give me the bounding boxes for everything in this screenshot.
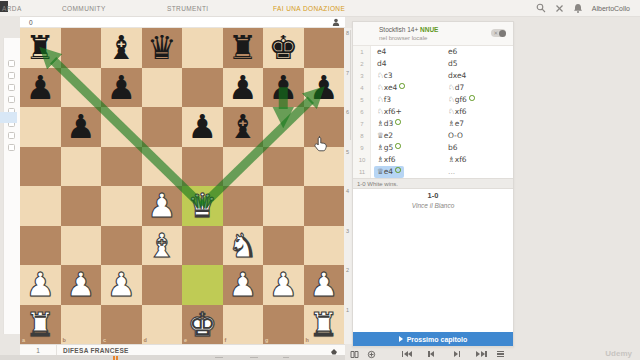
move-black-8[interactable]: O-O (442, 130, 513, 142)
square-d2[interactable] (142, 265, 183, 305)
piece-white-rook[interactable]: ♜ (25, 305, 55, 344)
square-h5[interactable] (304, 147, 345, 187)
square-d5[interactable] (142, 147, 183, 187)
square-h1[interactable]: ♜ (304, 305, 345, 345)
move-black-6[interactable]: ♘xf6 (442, 106, 513, 118)
move-black-2[interactable]: d5 (442, 58, 513, 70)
square-g3[interactable] (263, 226, 304, 266)
result-block: 1-0 Vince il Bianco (353, 191, 513, 209)
move-white-6[interactable]: ♘xf6+ (371, 106, 442, 118)
move-row-4: 4♘xe4♘d7 (353, 82, 513, 94)
player-mark (215, 357, 223, 359)
engine-toggle[interactable]: ✕ (491, 29, 506, 37)
square-a8[interactable]: ♜ (20, 28, 61, 68)
square-e7[interactable] (182, 68, 223, 108)
go-back-button[interactable] (428, 351, 434, 357)
move-white-10[interactable]: ♗xf6 (371, 154, 442, 166)
piece-white-king[interactable]: ♚ (187, 305, 217, 344)
player-bar: 0 (20, 17, 345, 28)
square-d3[interactable]: ♝ (142, 226, 183, 266)
left-sidebar-panel (3, 38, 21, 334)
sidebar-mini-icon[interactable] (8, 72, 15, 79)
player-score: 0 (29, 19, 33, 26)
piece-white-pawn[interactable]: ♟ (228, 265, 258, 304)
sidebar-mini-icon[interactable] (8, 60, 15, 67)
square-g8[interactable]: ♚ (263, 28, 304, 68)
move-row-10: 10♗xf6♗xf6 (353, 154, 513, 166)
left-sidebar (0, 16, 20, 360)
square-b4[interactable] (61, 186, 102, 226)
square-g1[interactable] (263, 305, 304, 345)
search-icon[interactable] (536, 3, 546, 13)
move-number: 9 (353, 142, 371, 154)
screen: ARDACOMMUNITYSTRUMENTIFAI UNA DONAZIONE … (0, 0, 640, 360)
square-a2[interactable]: ♟ (20, 265, 61, 305)
move-white-9[interactable]: ♗g5 (371, 142, 442, 154)
result-score: 1-0 (353, 191, 513, 200)
topnav-item-strumenti[interactable]: STRUMENTI (167, 5, 209, 12)
piece-white-pawn[interactable]: ♟ (268, 265, 298, 304)
square-g6[interactable] (263, 107, 304, 147)
annotation-circle (469, 95, 475, 101)
piece-black-pawn[interactable]: ♟ (309, 68, 339, 107)
file-coord-b: b (63, 337, 66, 343)
piece-white-queen[interactable]: ♛ (187, 186, 217, 225)
nnue-badge: NNUE (420, 26, 438, 33)
file-coord-d: d (144, 337, 147, 343)
top-navbar: ARDACOMMUNITYSTRUMENTIFAI UNA DONAZIONE … (0, 0, 640, 17)
piece-black-bishop[interactable]: ♝ (228, 107, 258, 146)
file-coord-f: f (225, 337, 227, 343)
move-row-5: 5♘f3♘gf6 (353, 94, 513, 106)
move-row-2: 2d4d5 (353, 58, 513, 70)
move-black-5[interactable]: ♘gf6 (442, 94, 513, 106)
square-c4[interactable] (101, 186, 142, 226)
square-b3[interactable] (61, 226, 102, 266)
result-bar: 1-0 White wins. (353, 178, 513, 189)
move-row-1: 1e4e6 (353, 46, 513, 58)
move-number: 7 (353, 118, 371, 130)
go-forward-button[interactable] (454, 351, 460, 357)
square-b5[interactable] (61, 147, 102, 187)
piece-black-pawn[interactable]: ♟ (228, 68, 258, 107)
file-coord-c: c (103, 337, 106, 343)
move-black-4[interactable]: ♘d7 (442, 82, 513, 94)
move-white-1[interactable]: e4 (371, 46, 442, 58)
square-b2[interactable]: ♟ (61, 265, 102, 305)
square-d8[interactable]: ♛ (142, 28, 183, 68)
move-white-3[interactable]: ♘c3 (371, 70, 442, 82)
square-h7[interactable]: ♟ (304, 68, 345, 108)
square-f2[interactable]: ♟ (223, 265, 264, 305)
piece-white-pawn[interactable]: ♟ (309, 265, 339, 304)
go-last-button[interactable] (476, 351, 486, 357)
move-black-10[interactable]: ♗xf6 (442, 154, 513, 166)
square-b8[interactable] (61, 28, 102, 68)
topnav-item-arda[interactable]: ARDA (2, 5, 22, 12)
square-a1[interactable]: ♜ (20, 305, 61, 345)
square-b6[interactable]: ♟ (61, 107, 102, 147)
square-g5[interactable] (263, 147, 304, 187)
move-number: 3 (353, 70, 371, 82)
square-c1[interactable] (101, 305, 142, 345)
chapter-grab-icon (330, 347, 338, 355)
file-coord-h: h (306, 337, 309, 343)
player-mark (250, 357, 258, 359)
square-c6[interactable] (101, 107, 142, 147)
square-f1[interactable] (223, 305, 264, 345)
move-black-1[interactable]: e6 (442, 46, 513, 58)
move-number: 8 (353, 130, 371, 142)
annotation-circle (395, 143, 401, 149)
file-coord-g: g (265, 337, 268, 343)
piece-black-pawn[interactable]: ♟ (187, 107, 217, 146)
square-h6[interactable] (304, 107, 345, 147)
square-f3[interactable]: ♞ (223, 226, 264, 266)
move-row-7: 7♗d3♗e7 (353, 118, 513, 130)
square-b1[interactable] (61, 305, 102, 345)
piece-black-rook[interactable]: ♜ (228, 28, 258, 67)
move-black-11[interactable]: ... (442, 166, 513, 178)
file-coord-e: e (184, 337, 187, 343)
piece-white-knight[interactable]: ♞ (228, 226, 258, 265)
square-f8[interactable]: ♜ (223, 28, 264, 68)
square-f4[interactable] (223, 186, 264, 226)
piece-white-pawn[interactable]: ♟ (106, 265, 136, 304)
go-first-button[interactable] (402, 351, 412, 357)
square-b7[interactable] (61, 68, 102, 108)
piece-black-pawn[interactable]: ♟ (268, 68, 298, 107)
square-d6[interactable] (142, 107, 183, 147)
move-black-9[interactable]: b6 (442, 142, 513, 154)
move-number: 4 (353, 82, 371, 94)
notifications-bell-icon[interactable] (573, 3, 583, 13)
square-d7[interactable] (142, 68, 183, 108)
sidebar-mini-icon[interactable] (8, 132, 15, 139)
piece-black-king[interactable]: ♚ (268, 28, 298, 67)
move-white-11[interactable]: ♕e4 (371, 166, 442, 178)
move-number: 2 (353, 58, 371, 70)
piece-white-bishop[interactable]: ♝ (147, 226, 177, 265)
piece-white-pawn[interactable]: ♟ (66, 265, 96, 304)
piece-white-pawn[interactable]: ♟ (25, 265, 55, 304)
annotation-circle (395, 119, 401, 125)
result-comment: Vince il Bianco (353, 202, 513, 209)
annotation-circle (395, 167, 401, 173)
square-c8[interactable]: ♝ (101, 28, 142, 68)
menu-icon[interactable] (497, 351, 504, 357)
square-g2[interactable]: ♟ (263, 265, 304, 305)
move-list: 1e4e62d4d53♘c3dxe44♘xe4♘d75♘f3♘gf66♘xf6+… (353, 46, 513, 178)
square-a6[interactable] (20, 107, 61, 147)
piece-black-pawn[interactable]: ♟ (106, 68, 136, 107)
book-icon[interactable] (350, 350, 359, 359)
square-a3[interactable] (20, 226, 61, 266)
toggle-knob (499, 30, 506, 37)
square-d1[interactable] (142, 305, 183, 345)
move-white-8[interactable]: ♕e2 (371, 130, 442, 142)
piece-black-rook[interactable]: ♜ (25, 28, 55, 67)
square-c5[interactable] (101, 147, 142, 187)
sidebar-mini-icon[interactable] (8, 144, 15, 151)
piece-black-pawn[interactable]: ♟ (25, 68, 55, 107)
topnav-item-community[interactable]: COMMUNITY (62, 5, 106, 12)
player-pause-mark (116, 356, 118, 360)
square-e8[interactable] (182, 28, 223, 68)
square-h8[interactable] (304, 28, 345, 68)
engine-name: Stockfish 14+ NNUE (379, 26, 438, 33)
player-mark (283, 357, 289, 359)
move-white-4[interactable]: ♘xe4 (371, 82, 442, 94)
video-player-strip (0, 355, 345, 360)
square-f6[interactable]: ♝ (223, 107, 264, 147)
move-number: 1 (353, 46, 371, 58)
sidebar-mini-icon[interactable] (8, 84, 15, 91)
sidebar-mini-icon[interactable] (8, 96, 15, 103)
square-e5[interactable] (182, 147, 223, 187)
watermark: Udemy (605, 349, 632, 358)
move-number: 11 (353, 166, 371, 178)
engine-subtitle: nel browser locale (379, 35, 427, 41)
move-row-3: 3♘c3dxe4 (353, 70, 513, 82)
square-c3[interactable] (101, 226, 142, 266)
next-chapter-button[interactable]: Prossimo capitolo (353, 332, 513, 346)
topnav-item-fai-una-donazione[interactable]: FAI UNA DONAZIONE (273, 5, 345, 12)
square-e6[interactable]: ♟ (182, 107, 223, 147)
chess-board: ♜♝♛♜♚♟♟♟♟♟♟♟♝♟♛♝♞♟♟♟♟♟♟♜♚♜ abcdefgh (20, 28, 344, 344)
square-h2[interactable]: ♟ (304, 265, 345, 305)
square-f7[interactable]: ♟ (223, 68, 264, 108)
topbar-right: AlbertoCollo (536, 2, 630, 14)
piece-black-queen[interactable]: ♛ (147, 28, 177, 67)
square-a5[interactable] (20, 147, 61, 187)
piece-black-pawn[interactable]: ♟ (66, 107, 96, 146)
square-e3[interactable] (182, 226, 223, 266)
move-number: 10 (353, 154, 371, 166)
square-h4[interactable] (304, 186, 345, 226)
close-icon[interactable] (555, 4, 564, 13)
square-h3[interactable] (304, 226, 345, 266)
move-row-8: 8♕e2O-O (353, 130, 513, 142)
square-g7[interactable]: ♟ (263, 68, 304, 108)
engine-header: Stockfish 14+ NNUE nel browser locale ✕ (353, 22, 513, 46)
square-d4[interactable]: ♟ (142, 186, 183, 226)
move-white-2[interactable]: d4 (371, 58, 442, 70)
move-black-7[interactable]: ♗e7 (442, 118, 513, 130)
move-row-9: 9♗g5b6 (353, 142, 513, 154)
move-number: 5 (353, 94, 371, 106)
player-icon (332, 18, 340, 26)
square-a4[interactable] (20, 186, 61, 226)
analysis-panel: Stockfish 14+ NNUE nel browser locale ✕ … (352, 21, 514, 347)
move-row-6: 6♘xf6+♘xf6 (353, 106, 513, 118)
piece-white-pawn[interactable]: ♟ (147, 186, 177, 225)
sidebar-selected-highlight (0, 112, 17, 123)
piece-white-rook[interactable]: ♜ (309, 305, 339, 344)
move-white-5[interactable]: ♘f3 (371, 94, 442, 106)
player-pause-mark (113, 356, 115, 360)
annotation-circle (399, 83, 405, 89)
square-e4[interactable]: ♛ (182, 186, 223, 226)
play-icon (399, 336, 403, 342)
board-controls (346, 348, 518, 360)
move-number: 6 (353, 106, 371, 118)
square-e1[interactable]: ♚ (182, 305, 223, 345)
move-black-3[interactable]: dxe4 (442, 70, 513, 82)
move-row-11: 11♕e4... (353, 166, 513, 178)
piece-black-bishop[interactable]: ♝ (106, 28, 136, 67)
file-coord-a: a (22, 337, 25, 343)
square-c2[interactable]: ♟ (101, 265, 142, 305)
scrollbar[interactable] (350, 30, 351, 140)
square-f5[interactable] (223, 147, 264, 187)
square-e2[interactable] (182, 265, 223, 305)
square-c7[interactable]: ♟ (101, 68, 142, 108)
square-g4[interactable] (263, 186, 304, 226)
square-a7[interactable]: ♟ (20, 68, 61, 108)
move-white-7[interactable]: ♗d3 (371, 118, 442, 130)
username[interactable]: AlbertoCollo (592, 5, 630, 12)
practice-target-icon[interactable] (367, 350, 376, 359)
toggle-off-icon: ✕ (494, 30, 499, 36)
